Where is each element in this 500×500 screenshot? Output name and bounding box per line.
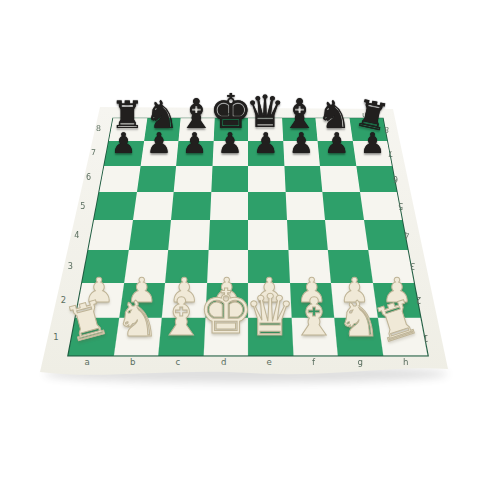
- square-a6[interactable]: [99, 166, 140, 192]
- file-label-bottom-d: d: [221, 358, 226, 367]
- rank-label-left-8: 8: [96, 125, 101, 133]
- file-label-bottom-f: f: [312, 358, 315, 367]
- square-h6[interactable]: [356, 166, 397, 192]
- piece-bP-c7[interactable]: ♟: [178, 130, 212, 159]
- piece-bP-d7[interactable]: ♟: [213, 130, 247, 159]
- chess-set-product-photo: ♜♞♝♚♛♝♞♜♟♟♟♟♟♟♟♟♟♟♟♟♟♟♟♟♜♞♝♚♛♝♞♜ 1122334…: [0, 0, 500, 500]
- square-d4[interactable]: [208, 220, 248, 250]
- square-f6[interactable]: [284, 166, 322, 192]
- file-label-bottom-b: b: [130, 358, 135, 367]
- square-e4[interactable]: [248, 220, 288, 250]
- piece-bP-a7[interactable]: ♟: [106, 130, 140, 159]
- piece-bP-h7[interactable]: ♟: [355, 130, 389, 159]
- rank-label-left-5: 5: [80, 202, 85, 210]
- piece-bP-g7[interactable]: ♟: [320, 130, 354, 159]
- file-label-bottom-g: g: [358, 358, 363, 367]
- square-f4[interactable]: [287, 220, 328, 250]
- rank-label-right-5: 5: [398, 202, 403, 210]
- square-d6[interactable]: [211, 166, 248, 192]
- square-h5[interactable]: [360, 192, 402, 220]
- file-label-bottom-e: e: [267, 358, 272, 367]
- square-c6[interactable]: [174, 166, 212, 192]
- square-e6[interactable]: [248, 166, 285, 192]
- square-g5[interactable]: [322, 192, 363, 220]
- piece-bP-f7[interactable]: ♟: [284, 130, 318, 159]
- square-a5[interactable]: [94, 192, 136, 220]
- rank-label-right-6: 6: [393, 174, 398, 182]
- piece-bP-e7[interactable]: ♟: [249, 130, 283, 159]
- square-b5[interactable]: [133, 192, 174, 220]
- file-label-bottom-c: c: [176, 358, 181, 367]
- file-label-bottom-a: a: [84, 358, 89, 367]
- square-e5[interactable]: [248, 192, 287, 220]
- square-c5[interactable]: [171, 192, 211, 220]
- rank-label-left-1: 1: [53, 333, 58, 342]
- square-g4[interactable]: [325, 220, 368, 250]
- square-b4[interactable]: [128, 220, 171, 250]
- square-d5[interactable]: [210, 192, 249, 220]
- square-f5[interactable]: [285, 192, 325, 220]
- rank-label-right-4: 4: [404, 231, 409, 239]
- square-a4[interactable]: [88, 220, 132, 250]
- square-h4[interactable]: [364, 220, 408, 250]
- square-c4[interactable]: [168, 220, 209, 250]
- piece-bP-b7[interactable]: ♟: [142, 130, 176, 159]
- rank-label-left-3: 3: [68, 262, 73, 270]
- file-label-bottom-h: h: [403, 358, 408, 367]
- square-g6[interactable]: [320, 166, 360, 192]
- rank-label-left-7: 7: [91, 149, 96, 157]
- rank-label-left-4: 4: [74, 231, 79, 239]
- rank-label-left-6: 6: [86, 174, 91, 182]
- square-b6[interactable]: [136, 166, 176, 192]
